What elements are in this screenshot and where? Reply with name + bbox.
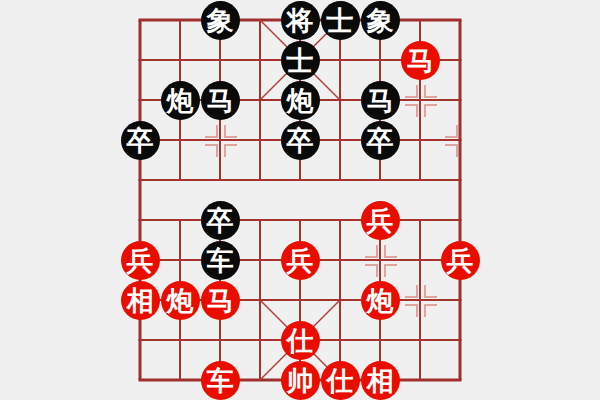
piece-black-cannon[interactable]: 炮 [281,81,320,120]
point-marker [400,80,440,120]
piece-black-advisor[interactable]: 士 [281,41,320,80]
piece-black-horse[interactable]: 马 [201,81,240,120]
piece-black-general[interactable]: 将 [281,1,320,40]
point-marker [440,120,480,160]
piece-red-horse[interactable]: 马 [201,281,240,320]
piece-red-advisor[interactable]: 仕 [281,321,320,360]
piece-red-soldier[interactable]: 兵 [281,241,320,280]
piece-red-elephant[interactable]: 相 [121,281,160,320]
piece-black-horse[interactable]: 马 [361,81,400,120]
piece-red-advisor[interactable]: 仕 [321,361,360,400]
piece-black-chariot[interactable]: 车 [201,241,240,280]
piece-red-soldier[interactable]: 兵 [361,201,400,240]
piece-black-elephant[interactable]: 象 [201,1,240,40]
piece-red-general[interactable]: 帅 [281,361,320,400]
piece-red-elephant[interactable]: 相 [361,361,400,400]
piece-red-cannon[interactable]: 炮 [161,281,200,320]
point-marker [400,280,440,320]
piece-red-cannon[interactable]: 炮 [361,281,400,320]
point-marker [200,120,240,160]
piece-black-cannon[interactable]: 炮 [161,81,200,120]
piece-red-chariot[interactable]: 车 [201,361,240,400]
piece-black-soldier[interactable]: 卒 [121,121,160,160]
board-grid[interactable]: 象将士象士马炮马炮马卒卒卒卒兵兵车兵兵相炮马炮仕车帅仕相 [120,0,480,400]
piece-black-soldier[interactable]: 卒 [201,201,240,240]
piece-red-soldier[interactable]: 兵 [441,241,480,280]
point-marker [360,240,400,280]
piece-black-elephant[interactable]: 象 [361,1,400,40]
piece-black-soldier[interactable]: 卒 [361,121,400,160]
xiangqi-board-screenshot: 象将士象士马炮马炮马卒卒卒卒兵兵车兵兵相炮马炮仕车帅仕相 [0,0,600,400]
piece-red-horse[interactable]: 马 [401,41,440,80]
piece-red-soldier[interactable]: 兵 [121,241,160,280]
piece-black-advisor[interactable]: 士 [321,1,360,40]
piece-black-soldier[interactable]: 卒 [281,121,320,160]
